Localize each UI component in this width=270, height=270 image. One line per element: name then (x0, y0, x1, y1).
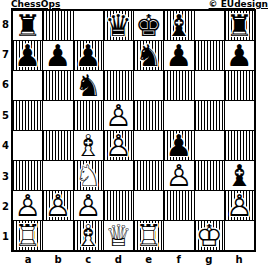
rank-label-1: 1 (0, 222, 11, 252)
square-e5[interactable] (134, 101, 163, 130)
black-rook-a8[interactable]: ♜ (14, 11, 41, 40)
square-b7[interactable]: ♟ (43, 41, 72, 70)
square-h6[interactable] (225, 71, 254, 100)
square-f7[interactable]: ♟ (164, 41, 193, 70)
square-b1[interactable] (43, 221, 72, 250)
square-a5[interactable] (13, 101, 42, 130)
square-h7[interactable]: ♟ (225, 41, 254, 70)
black-pawn-h7[interactable]: ♟ (226, 41, 253, 70)
white-pawn-d4[interactable]: ♟ (105, 131, 132, 160)
black-pawn-f4[interactable]: ♟ (165, 131, 192, 160)
square-c4[interactable]: ♝ (74, 131, 103, 160)
chessops-window: ChessOps © EUdesign 8 7 6 5 4 3 2 1 ♜♛♚♝… (0, 0, 270, 270)
white-knight-c3[interactable]: ♞ (75, 161, 102, 190)
square-a1[interactable]: ♜ (13, 221, 42, 250)
square-f8[interactable]: ♝ (164, 11, 193, 40)
square-c6[interactable]: ♞ (74, 71, 103, 100)
white-bishop-c4[interactable]: ♝ (75, 131, 102, 160)
square-g1[interactable]: ♚ (195, 221, 224, 250)
rank-label-5: 5 (0, 100, 11, 130)
white-pawn-f3[interactable]: ♟ (165, 161, 192, 190)
black-king-e8[interactable]: ♚ (135, 11, 162, 40)
square-f4[interactable]: ♟ (164, 131, 193, 160)
square-d2[interactable] (104, 191, 133, 220)
square-e3[interactable] (134, 161, 163, 190)
square-f2[interactable] (164, 191, 193, 220)
square-b2[interactable]: ♟ (43, 191, 72, 220)
file-label-b: b (43, 252, 73, 266)
square-h8[interactable]: ♜ (225, 11, 254, 40)
square-g4[interactable] (195, 131, 224, 160)
black-rook-h8[interactable]: ♜ (226, 11, 253, 40)
black-bishop-h3[interactable]: ♝ (226, 161, 253, 190)
chess-board: ♜♛♚♝♜♟♟♟♞♟♟♞♟♝♟♟♞♟♝♟♟♟♟♜♝♛♜♚ (11, 9, 256, 252)
file-label-c: c (73, 252, 103, 266)
rank-label-3: 3 (0, 161, 11, 191)
file-label-e: e (134, 252, 164, 266)
black-pawn-b7[interactable]: ♟ (44, 41, 71, 70)
square-h2[interactable]: ♟ (225, 191, 254, 220)
black-knight-e7[interactable]: ♞ (135, 41, 162, 70)
black-knight-c6[interactable]: ♞ (75, 71, 102, 100)
white-pawn-h2[interactable]: ♟ (226, 191, 253, 220)
square-e1[interactable]: ♜ (134, 221, 163, 250)
square-h1[interactable] (225, 221, 254, 250)
square-h3[interactable]: ♝ (225, 161, 254, 190)
square-d8[interactable]: ♛ (104, 11, 133, 40)
square-f3[interactable]: ♟ (164, 161, 193, 190)
square-g3[interactable] (195, 161, 224, 190)
square-a8[interactable]: ♜ (13, 11, 42, 40)
black-queen-d8[interactable]: ♛ (105, 11, 132, 40)
square-d1[interactable]: ♛ (104, 221, 133, 250)
file-label-h: h (224, 252, 254, 266)
square-c1[interactable]: ♝ (74, 221, 103, 250)
rank-label-4: 4 (0, 131, 11, 161)
square-f5[interactable] (164, 101, 193, 130)
square-c3[interactable]: ♞ (74, 161, 103, 190)
file-label-f: f (164, 252, 194, 266)
square-e7[interactable]: ♞ (134, 41, 163, 70)
white-bishop-c1[interactable]: ♝ (75, 221, 102, 250)
square-d7[interactable] (104, 41, 133, 70)
square-b3[interactable] (43, 161, 72, 190)
square-a4[interactable] (13, 131, 42, 160)
square-d4[interactable]: ♟ (104, 131, 133, 160)
white-pawn-d5[interactable]: ♟ (105, 101, 132, 130)
square-a6[interactable] (13, 71, 42, 100)
white-king-g1[interactable]: ♚ (196, 221, 223, 250)
square-b5[interactable] (43, 101, 72, 130)
square-g6[interactable] (195, 71, 224, 100)
white-pawn-b2[interactable]: ♟ (44, 191, 71, 220)
white-rook-e1[interactable]: ♜ (135, 221, 162, 250)
black-pawn-a7[interactable]: ♟ (14, 41, 41, 70)
square-g2[interactable] (195, 191, 224, 220)
square-a2[interactable]: ♟ (13, 191, 42, 220)
white-queen-d1[interactable]: ♛ (105, 221, 132, 250)
square-e4[interactable] (134, 131, 163, 160)
black-pawn-f7[interactable]: ♟ (165, 41, 192, 70)
square-f1[interactable] (164, 221, 193, 250)
black-pawn-c7[interactable]: ♟ (75, 41, 102, 70)
square-a7[interactable]: ♟ (13, 41, 42, 70)
square-a3[interactable] (13, 161, 42, 190)
square-e8[interactable]: ♚ (134, 11, 163, 40)
square-c2[interactable]: ♟ (74, 191, 103, 220)
white-pawn-c2[interactable]: ♟ (75, 191, 102, 220)
square-f6[interactable] (164, 71, 193, 100)
square-d5[interactable]: ♟ (104, 101, 133, 130)
square-c8[interactable] (74, 11, 103, 40)
square-d3[interactable] (104, 161, 133, 190)
file-label-d: d (103, 252, 133, 266)
rank-label-2: 2 (0, 191, 11, 221)
square-g5[interactable] (195, 101, 224, 130)
file-labels: a b c d e f g h (13, 252, 254, 266)
rank-label-7: 7 (0, 39, 11, 69)
square-h5[interactable] (225, 101, 254, 130)
rank-label-8: 8 (0, 9, 11, 39)
file-label-g: g (194, 252, 224, 266)
white-rook-a1[interactable]: ♜ (14, 221, 41, 250)
square-g7[interactable] (195, 41, 224, 70)
square-b6[interactable] (43, 71, 72, 100)
square-d6[interactable] (104, 71, 133, 100)
square-c7[interactable]: ♟ (74, 41, 103, 70)
square-c5[interactable] (74, 101, 103, 130)
rank-labels: 8 7 6 5 4 3 2 1 (0, 9, 11, 252)
square-e6[interactable] (134, 71, 163, 100)
file-label-a: a (13, 252, 43, 266)
white-pawn-a2[interactable]: ♟ (14, 191, 41, 220)
square-g8[interactable] (195, 11, 224, 40)
square-b8[interactable] (43, 11, 72, 40)
square-h4[interactable] (225, 131, 254, 160)
square-e2[interactable] (134, 191, 163, 220)
black-bishop-f8[interactable]: ♝ (165, 11, 192, 40)
square-b4[interactable] (43, 131, 72, 160)
rank-label-6: 6 (0, 70, 11, 100)
